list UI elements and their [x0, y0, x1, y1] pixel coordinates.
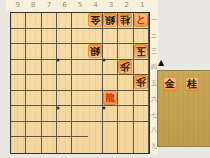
square-77[interactable] — [42, 106, 57, 122]
hoshi-dot — [103, 59, 106, 62]
square-95[interactable] — [11, 75, 26, 91]
square-97[interactable] — [11, 106, 26, 122]
square-66[interactable] — [57, 91, 72, 107]
square-88[interactable] — [26, 122, 41, 138]
square-61[interactable] — [57, 13, 72, 29]
square-17[interactable] — [134, 106, 149, 122]
square-13[interactable]: 玉 — [134, 44, 149, 60]
square-46[interactable] — [88, 91, 103, 107]
square-57[interactable] — [72, 106, 87, 122]
square-39[interactable] — [103, 137, 118, 153]
square-44[interactable] — [88, 60, 103, 76]
square-53[interactable] — [72, 44, 87, 60]
square-55[interactable] — [72, 75, 87, 91]
square-14[interactable] — [134, 60, 149, 76]
square-86[interactable] — [26, 91, 41, 107]
piece-gote-gold-41[interactable]: 金 — [88, 13, 102, 27]
square-67[interactable] — [57, 106, 72, 122]
square-15[interactable]: 歩 — [134, 75, 149, 91]
square-84[interactable] — [26, 60, 41, 76]
file-label-4: 4 — [88, 0, 104, 11]
square-21[interactable]: 桂 — [118, 13, 133, 29]
square-71[interactable] — [42, 13, 57, 29]
piece-gote-pawn-15[interactable]: 歩 — [134, 75, 148, 89]
file-label-1: 1 — [134, 0, 150, 11]
piece-sente-tokin-11[interactable]: と — [134, 13, 148, 27]
piece-gote-knight-21[interactable]: 桂 — [118, 13, 132, 27]
square-87[interactable] — [26, 106, 41, 122]
square-22[interactable] — [118, 29, 133, 45]
square-43[interactable]: 銀 — [88, 44, 103, 60]
square-52[interactable] — [72, 29, 87, 45]
square-73[interactable] — [42, 44, 57, 60]
square-29[interactable] — [118, 137, 133, 153]
square-72[interactable] — [42, 29, 57, 45]
rank-label-3: 三 — [150, 48, 158, 54]
square-89[interactable] — [26, 137, 41, 153]
piece-sente-dragon-36[interactable]: 龍 — [103, 91, 117, 105]
square-62[interactable] — [57, 29, 72, 45]
square-31[interactable]: 銀 — [103, 13, 118, 29]
piece-gote-king-13[interactable]: 玉 — [134, 44, 148, 58]
square-94[interactable] — [11, 60, 26, 76]
file-label-8: 8 — [26, 0, 42, 11]
square-28[interactable] — [118, 122, 133, 138]
square-11[interactable]: と — [134, 13, 149, 29]
square-48[interactable] — [88, 122, 103, 138]
hand-piece-knight[interactable]: 桂 — [185, 77, 199, 91]
square-63[interactable] — [57, 44, 72, 60]
square-36[interactable]: 龍 — [103, 91, 118, 107]
piece-gote-silver-31[interactable]: 銀 — [103, 13, 117, 27]
square-79[interactable] — [42, 137, 57, 153]
square-42[interactable] — [88, 29, 103, 45]
square-24[interactable]: 歩 — [118, 60, 133, 76]
hand-piece-gold[interactable]: 金 — [163, 77, 177, 91]
square-47[interactable] — [88, 106, 103, 122]
square-34[interactable] — [103, 60, 118, 76]
square-26[interactable] — [118, 91, 133, 107]
hoshi-dot — [103, 106, 106, 109]
square-81[interactable] — [26, 13, 41, 29]
square-83[interactable] — [26, 44, 41, 60]
file-labels: 987654321 — [10, 0, 150, 11]
square-19[interactable] — [134, 137, 149, 153]
square-96[interactable] — [11, 91, 26, 107]
square-49[interactable] — [88, 137, 103, 153]
sente-hand-tray: 金桂 — [157, 70, 210, 147]
square-12[interactable] — [134, 29, 149, 45]
file-label-7: 7 — [41, 0, 57, 11]
piece-gote-silver-43[interactable]: 銀 — [88, 44, 102, 58]
file-label-9: 9 — [10, 0, 26, 11]
square-75[interactable] — [42, 75, 57, 91]
square-64[interactable] — [57, 60, 72, 76]
square-56[interactable] — [72, 91, 87, 107]
square-99[interactable] — [11, 137, 26, 153]
square-33[interactable] — [103, 44, 118, 60]
rank-label-2: 二 — [150, 33, 158, 39]
tsume-shogi-app: 987654321 一二三四五六七八九 金銀桂と銀玉歩歩龍 ▲ 金桂 — [0, 0, 210, 158]
square-85[interactable] — [26, 75, 41, 91]
square-91[interactable] — [11, 13, 26, 29]
square-54[interactable] — [72, 60, 87, 76]
square-74[interactable] — [42, 60, 57, 76]
square-25[interactable] — [118, 75, 133, 91]
square-59[interactable] — [72, 137, 87, 153]
square-51[interactable] — [72, 13, 87, 29]
file-label-6: 6 — [57, 0, 73, 11]
square-69[interactable] — [57, 137, 72, 153]
sente-indicator: ▲ — [158, 59, 164, 67]
square-27[interactable] — [118, 106, 133, 122]
square-65[interactable] — [57, 75, 72, 91]
square-38[interactable] — [103, 122, 118, 138]
file-label-2: 2 — [119, 0, 135, 11]
square-58[interactable] — [72, 122, 87, 138]
square-82[interactable] — [26, 29, 41, 45]
square-32[interactable] — [103, 29, 118, 45]
rank-label-1: 一 — [150, 17, 158, 23]
shogi-board: 金銀桂と銀玉歩歩龍 — [10, 12, 150, 154]
hoshi-dot — [56, 106, 59, 109]
hoshi-dot — [56, 59, 59, 62]
square-92[interactable] — [11, 29, 26, 45]
file-label-5: 5 — [72, 0, 88, 11]
square-93[interactable] — [11, 44, 26, 60]
square-18[interactable] — [134, 122, 149, 138]
square-76[interactable] — [42, 91, 57, 107]
square-68[interactable] — [57, 122, 72, 138]
square-98[interactable] — [11, 122, 26, 138]
square-16[interactable] — [134, 91, 149, 107]
square-35[interactable] — [103, 75, 118, 91]
file-label-3: 3 — [103, 0, 119, 11]
piece-gote-pawn-24[interactable]: 歩 — [118, 60, 132, 74]
square-23[interactable] — [118, 44, 133, 60]
square-78[interactable] — [42, 122, 57, 138]
square-41[interactable]: 金 — [88, 13, 103, 29]
square-45[interactable] — [88, 75, 103, 91]
